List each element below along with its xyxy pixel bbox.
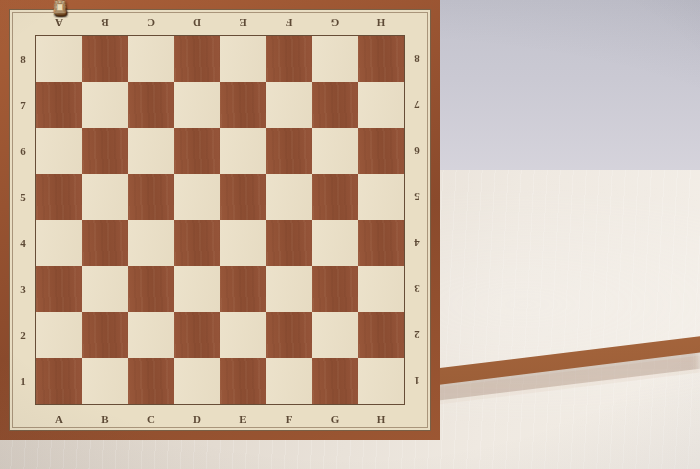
square-g8[interactable] <box>312 36 358 82</box>
square-f2[interactable] <box>266 312 312 358</box>
square-b6[interactable] <box>82 128 128 174</box>
square-e8[interactable] <box>220 36 266 82</box>
square-a2[interactable] <box>36 312 82 358</box>
rank-label-right-3: 3 <box>404 266 430 312</box>
rank-label-left-2: 2 <box>10 312 36 358</box>
square-h7[interactable] <box>358 82 404 128</box>
square-f7[interactable] <box>266 82 312 128</box>
square-g5[interactable] <box>312 174 358 220</box>
file-label-far-g: G <box>312 10 358 36</box>
square-f6[interactable] <box>266 128 312 174</box>
square-b1[interactable] <box>82 358 128 404</box>
rank-label-left-6: 6 <box>10 128 36 174</box>
square-g1[interactable] <box>312 358 358 404</box>
rank-label-right-5: 5 <box>404 174 430 220</box>
square-b2[interactable] <box>82 312 128 358</box>
square-f5[interactable] <box>266 174 312 220</box>
square-f3[interactable] <box>266 266 312 312</box>
square-d4[interactable] <box>174 220 220 266</box>
file-label-near-d: D <box>174 406 220 432</box>
rank-label-right-7: 7 <box>404 82 430 128</box>
square-a3[interactable] <box>36 266 82 312</box>
file-label-near-a: A <box>36 406 82 432</box>
square-d8[interactable] <box>174 36 220 82</box>
square-e7[interactable] <box>220 82 266 128</box>
square-a7[interactable] <box>36 82 82 128</box>
rank-label-right-1: 1 <box>404 358 430 404</box>
square-b4[interactable] <box>82 220 128 266</box>
square-c1[interactable] <box>128 358 174 404</box>
square-h4[interactable] <box>358 220 404 266</box>
square-g2[interactable] <box>312 312 358 358</box>
square-c3[interactable] <box>128 266 174 312</box>
square-e3[interactable] <box>220 266 266 312</box>
square-d3[interactable] <box>174 266 220 312</box>
square-d1[interactable] <box>174 358 220 404</box>
square-g4[interactable] <box>312 220 358 266</box>
square-d7[interactable] <box>174 82 220 128</box>
square-c8[interactable] <box>128 36 174 82</box>
file-label-near-f: F <box>266 406 312 432</box>
file-label-far-h: H <box>358 10 404 36</box>
square-d6[interactable] <box>174 128 220 174</box>
chess-board: AABBCCDDEEFFGGHH1122334455667788 <box>0 0 440 440</box>
rank-label-right-8: 8 <box>404 36 430 82</box>
file-label-far-e: E <box>220 10 266 36</box>
square-d2[interactable] <box>174 312 220 358</box>
square-e5[interactable] <box>220 174 266 220</box>
file-label-near-g: G <box>312 406 358 432</box>
square-e4[interactable] <box>220 220 266 266</box>
square-e2[interactable] <box>220 312 266 358</box>
rank-label-right-6: 6 <box>404 128 430 174</box>
file-label-near-b: B <box>82 406 128 432</box>
rank-label-right-4: 4 <box>404 220 430 266</box>
file-label-far-c: C <box>128 10 174 36</box>
square-f1[interactable] <box>266 358 312 404</box>
photo-scene: AABBCCDDEEFFGGHH1122334455667788 ♜♞♝♛♚♝♞… <box>0 0 700 469</box>
square-b8[interactable] <box>82 36 128 82</box>
square-b7[interactable] <box>82 82 128 128</box>
board-squares <box>35 35 405 405</box>
rank-label-left-8: 8 <box>10 36 36 82</box>
square-h8[interactable] <box>358 36 404 82</box>
rank-label-left-3: 3 <box>10 266 36 312</box>
rank-label-left-1: 1 <box>10 358 36 404</box>
square-g3[interactable] <box>312 266 358 312</box>
square-g6[interactable] <box>312 128 358 174</box>
square-h3[interactable] <box>358 266 404 312</box>
square-c2[interactable] <box>128 312 174 358</box>
square-a8[interactable] <box>36 36 82 82</box>
square-f4[interactable] <box>266 220 312 266</box>
square-h1[interactable] <box>358 358 404 404</box>
rank-label-right-2: 2 <box>404 312 430 358</box>
rank-label-left-4: 4 <box>10 220 36 266</box>
square-h6[interactable] <box>358 128 404 174</box>
file-label-near-e: E <box>220 406 266 432</box>
piece-white-rook-h1[interactable]: ♜ <box>0 0 120 16</box>
square-a5[interactable] <box>36 174 82 220</box>
square-a1[interactable] <box>36 358 82 404</box>
square-b3[interactable] <box>82 266 128 312</box>
square-c5[interactable] <box>128 174 174 220</box>
square-c6[interactable] <box>128 128 174 174</box>
file-label-far-f: F <box>266 10 312 36</box>
file-label-far-d: D <box>174 10 220 36</box>
square-c4[interactable] <box>128 220 174 266</box>
square-a4[interactable] <box>36 220 82 266</box>
square-f8[interactable] <box>266 36 312 82</box>
square-g7[interactable] <box>312 82 358 128</box>
rank-label-left-5: 5 <box>10 174 36 220</box>
square-c7[interactable] <box>128 82 174 128</box>
file-label-near-h: H <box>358 406 404 432</box>
square-h5[interactable] <box>358 174 404 220</box>
square-e1[interactable] <box>220 358 266 404</box>
square-a6[interactable] <box>36 128 82 174</box>
square-d5[interactable] <box>174 174 220 220</box>
file-label-near-c: C <box>128 406 174 432</box>
rank-label-left-7: 7 <box>10 82 36 128</box>
square-b5[interactable] <box>82 174 128 220</box>
square-e6[interactable] <box>220 128 266 174</box>
square-h2[interactable] <box>358 312 404 358</box>
